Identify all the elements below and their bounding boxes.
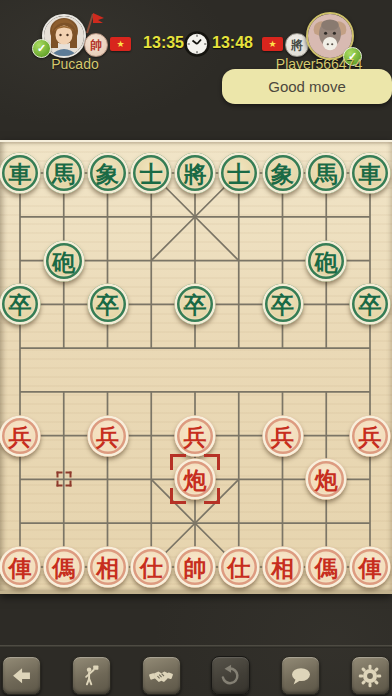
board-piece-red[interactable]: 炮	[306, 459, 347, 500]
gear-icon	[358, 664, 382, 688]
clock-left: 13:35	[136, 34, 184, 52]
xiangqi-app: ✓ 帥 ★ 13:35 13:48 ★ 將 ✓ Pucado	[0, 0, 392, 696]
board-piece-black[interactable]: 馬	[43, 153, 84, 194]
turn-pennant-icon	[83, 10, 105, 34]
board-piece-red[interactable]: 帥	[175, 547, 216, 588]
speech-bubble-icon	[289, 664, 313, 688]
draw-button[interactable]	[142, 656, 181, 695]
resign-button[interactable]	[72, 656, 111, 695]
board-piece-black[interactable]: 砲	[306, 240, 347, 281]
clock-icon	[184, 31, 210, 57]
toolbar-ridge	[0, 645, 392, 648]
board-piece-red[interactable]: 俥	[0, 547, 41, 588]
board-piece-red[interactable]: 兵	[262, 415, 303, 456]
board-piece-red[interactable]: 仕	[131, 547, 172, 588]
board-piece-red[interactable]: 傌	[306, 547, 347, 588]
board-piece-black[interactable]: 卒	[87, 284, 128, 325]
board-piece-black[interactable]: 象	[87, 153, 128, 194]
board-piece-black[interactable]: 卒	[175, 284, 216, 325]
xiangqi-board[interactable]: 車馬象士將士象馬車砲砲卒卒卒卒卒兵兵兵兵兵炮炮俥傌相仕帥仕相傌俥	[0, 140, 392, 594]
chat-message: Good move	[268, 78, 346, 95]
board-piece-red[interactable]: 兵	[350, 415, 391, 456]
resign-person-icon	[80, 664, 103, 687]
vietnam-flag-left-icon: ★	[110, 37, 131, 51]
board-grid	[0, 142, 392, 591]
board-piece-red[interactable]: 兵	[175, 415, 216, 456]
board-piece-red[interactable]: 傌	[43, 547, 84, 588]
handshake-icon	[149, 664, 173, 688]
board-piece-red[interactable]: 炮	[175, 459, 216, 500]
board-piece-red[interactable]: 兵	[87, 415, 128, 456]
board-piece-red[interactable]: 相	[87, 547, 128, 588]
board-piece-black[interactable]: 卒	[350, 284, 391, 325]
board-piece-black[interactable]: 車	[350, 153, 391, 194]
board-piece-black[interactable]: 馬	[306, 153, 347, 194]
board-piece-red[interactable]: 俥	[350, 547, 391, 588]
board-piece-black[interactable]: 卒	[0, 284, 41, 325]
player-name-left: Pucado	[20, 56, 130, 72]
board-piece-black[interactable]: 象	[262, 153, 303, 194]
settings-button[interactable]	[351, 656, 390, 695]
last-move-origin-marker	[56, 472, 71, 487]
back-arrow-icon	[10, 664, 33, 687]
chat-button[interactable]	[281, 656, 320, 695]
vietnam-flag-right-icon: ★	[262, 37, 283, 51]
board-piece-black[interactable]: 士	[131, 153, 172, 194]
board-piece-black[interactable]: 砲	[43, 240, 84, 281]
board-piece-black[interactable]: 車	[0, 153, 41, 194]
board-piece-red[interactable]: 仕	[218, 547, 259, 588]
undo-arrow-icon	[219, 664, 242, 687]
clock-right: 13:48	[212, 34, 260, 52]
board-piece-black[interactable]: 卒	[262, 284, 303, 325]
back-button[interactable]	[2, 656, 41, 695]
board-piece-red[interactable]: 相	[262, 547, 303, 588]
board-piece-black[interactable]: 將	[175, 153, 216, 194]
board-piece-red[interactable]: 兵	[0, 415, 41, 456]
chat-bubble: Good move	[222, 69, 392, 104]
undo-button[interactable]	[211, 656, 250, 695]
side-badge-red: 帥	[84, 33, 108, 57]
board-piece-black[interactable]: 士	[218, 153, 259, 194]
toolbar	[0, 656, 392, 695]
